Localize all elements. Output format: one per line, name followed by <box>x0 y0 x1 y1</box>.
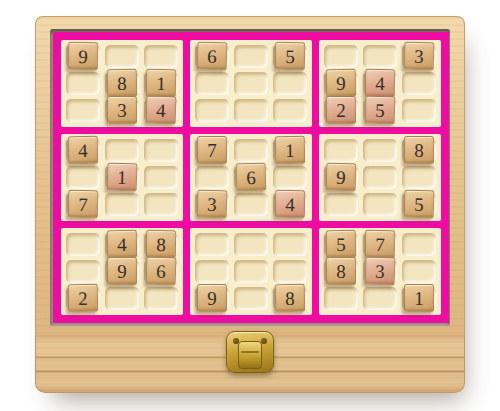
cell-r3c5[interactable] <box>234 99 268 122</box>
cell-r1c9[interactable]: 3 <box>402 45 436 68</box>
cell-r6c6[interactable]: 4 <box>273 193 307 216</box>
cell-r8c2[interactable]: 9 <box>105 260 139 283</box>
tile-8-r9c6[interactable]: 8 <box>275 284 305 312</box>
cell-r1c2[interactable] <box>105 45 139 68</box>
box-3: 39425 <box>319 40 441 127</box>
cell-r3c4[interactable] <box>195 99 229 122</box>
cell-r2c9[interactable] <box>402 72 436 95</box>
cell-r8c6[interactable] <box>273 260 307 283</box>
tile-4-r7c2[interactable]: 4 <box>107 230 137 258</box>
cell-r2c6[interactable] <box>273 72 307 95</box>
box-2: 65 <box>190 40 312 127</box>
lid-frame: 98134653942541771634895489629857831 <box>35 16 465 335</box>
cell-r7c1[interactable] <box>66 233 100 256</box>
box-4: 417 <box>61 134 183 221</box>
cell-r9c7[interactable] <box>324 287 358 310</box>
cell-r6c9[interactable]: 5 <box>402 193 436 216</box>
tile-6-r1c4[interactable]: 6 <box>197 42 228 71</box>
cell-r1c8[interactable] <box>363 45 397 68</box>
cell-r8c1[interactable] <box>66 260 100 283</box>
cell-r7c9[interactable] <box>402 233 436 256</box>
cell-r2c8[interactable]: 4 <box>363 72 397 95</box>
tile-4-r3c3[interactable]: 4 <box>146 96 177 125</box>
cell-r4c6[interactable]: 1 <box>273 139 307 162</box>
cell-r2c5[interactable] <box>234 72 268 95</box>
clasp-catch[interactable] <box>238 341 262 369</box>
cell-r1c5[interactable] <box>234 45 268 68</box>
cell-r4c8[interactable] <box>363 139 397 162</box>
cell-r6c2[interactable] <box>105 193 139 216</box>
tile-3-r3c2[interactable]: 3 <box>107 96 137 124</box>
cell-r9c2[interactable] <box>105 287 139 310</box>
cell-r4c3[interactable] <box>144 139 178 162</box>
tile-2-r9c1[interactable]: 2 <box>68 284 98 312</box>
tile-6-r5c5[interactable]: 6 <box>236 163 267 192</box>
cell-r9c9[interactable]: 1 <box>402 287 436 310</box>
cell-r5c9[interactable] <box>402 166 436 189</box>
tile-5-r1c6[interactable]: 5 <box>275 42 305 70</box>
tile-5-r7c7[interactable]: 5 <box>326 230 356 258</box>
box-1: 98134 <box>61 40 183 127</box>
cell-r1c1[interactable]: 9 <box>66 45 100 68</box>
cell-r7c8[interactable]: 7 <box>363 233 397 256</box>
cell-r6c3[interactable] <box>144 193 178 216</box>
cell-r3c2[interactable]: 3 <box>105 99 139 122</box>
cell-r9c5[interactable] <box>234 287 268 310</box>
cell-r7c2[interactable]: 4 <box>105 233 139 256</box>
tile-9-r9c4[interactable]: 9 <box>197 284 227 312</box>
cell-r3c8[interactable]: 5 <box>363 99 397 122</box>
tile-9-r5c7[interactable]: 9 <box>326 163 357 192</box>
box-5: 71634 <box>190 134 312 221</box>
cell-r2c7[interactable]: 9 <box>324 72 358 95</box>
cell-r5c5[interactable]: 6 <box>234 166 268 189</box>
tile-7-r7c8[interactable]: 7 <box>365 230 395 258</box>
cell-r1c7[interactable] <box>324 45 358 68</box>
cell-r1c6[interactable]: 5 <box>273 45 307 68</box>
tile-1-r9c9[interactable]: 1 <box>404 284 434 312</box>
sudoku-box: 98134653942541771634895489629857831 <box>35 16 465 393</box>
cell-r3c3[interactable]: 4 <box>144 99 178 122</box>
board-well: 98134653942541771634895489629857831 <box>50 29 450 326</box>
cell-r6c7[interactable] <box>324 193 358 216</box>
tile-4-r6c6[interactable]: 4 <box>275 190 305 218</box>
tile-5-r3c8[interactable]: 5 <box>365 96 396 125</box>
cell-r8c3[interactable]: 6 <box>144 260 178 283</box>
box-6: 895 <box>319 134 441 221</box>
tile-4-r4c1[interactable]: 4 <box>68 136 98 164</box>
box-9: 57831 <box>319 228 441 315</box>
tile-8-r4c9[interactable]: 8 <box>404 136 434 164</box>
tile-1-r5c2[interactable]: 1 <box>107 163 138 192</box>
sudoku-board: 98134653942541771634895489629857831 <box>53 32 449 323</box>
cell-r6c4[interactable]: 3 <box>195 193 229 216</box>
cell-r2c3[interactable]: 1 <box>144 72 178 95</box>
cell-r4c9[interactable]: 8 <box>402 139 436 162</box>
cell-r7c7[interactable]: 5 <box>324 233 358 256</box>
cell-r3c1[interactable] <box>66 99 100 122</box>
cell-r5c8[interactable] <box>363 166 397 189</box>
clasp-latch[interactable] <box>226 331 274 373</box>
cell-r8c7[interactable]: 8 <box>324 260 358 283</box>
cell-r6c5[interactable] <box>234 193 268 216</box>
cell-r9c3[interactable] <box>144 287 178 310</box>
cell-r5c3[interactable] <box>144 166 178 189</box>
cell-r7c4[interactable] <box>195 233 229 256</box>
cell-r9c8[interactable] <box>363 287 397 310</box>
tile-4-r2c8[interactable]: 4 <box>365 69 395 97</box>
cell-r8c9[interactable] <box>402 260 436 283</box>
front-panel <box>35 335 465 393</box>
cell-r4c1[interactable]: 4 <box>66 139 100 162</box>
cell-r4c7[interactable] <box>324 139 358 162</box>
cell-r9c1[interactable]: 2 <box>66 287 100 310</box>
tile-8-r2c2[interactable]: 8 <box>107 69 137 97</box>
cell-r9c4[interactable]: 9 <box>195 287 229 310</box>
tile-5-r6c9[interactable]: 5 <box>404 190 435 219</box>
cell-r7c3[interactable]: 8 <box>144 233 178 256</box>
cell-r4c5[interactable] <box>234 139 268 162</box>
cell-r5c7[interactable]: 9 <box>324 166 358 189</box>
cell-r3c7[interactable]: 2 <box>324 99 358 122</box>
cell-r5c1[interactable] <box>66 166 100 189</box>
cell-r6c1[interactable]: 7 <box>66 193 100 216</box>
tile-9-r1c1[interactable]: 9 <box>68 42 98 70</box>
tile-3-r1c9[interactable]: 3 <box>404 42 435 71</box>
cell-r6c8[interactable] <box>363 193 397 216</box>
tile-3-r6c4[interactable]: 3 <box>197 190 228 219</box>
tile-9-r2c7[interactable]: 9 <box>326 69 356 97</box>
tile-7-r4c4[interactable]: 7 <box>197 136 227 164</box>
box-7: 48962 <box>61 228 183 315</box>
cell-r2c1[interactable] <box>66 72 100 95</box>
tile-8-r8c7[interactable]: 8 <box>326 257 356 285</box>
tile-1-r2c3[interactable]: 1 <box>146 69 176 97</box>
cell-r3c9[interactable] <box>402 99 436 122</box>
tile-6-r8c3[interactable]: 6 <box>146 257 177 286</box>
cell-r4c4[interactable]: 7 <box>195 139 229 162</box>
tile-9-r8c2[interactable]: 9 <box>107 257 137 285</box>
cell-r5c2[interactable]: 1 <box>105 166 139 189</box>
tile-7-r6c1[interactable]: 7 <box>68 190 98 218</box>
cell-r1c3[interactable] <box>144 45 178 68</box>
tile-1-r4c6[interactable]: 1 <box>275 136 305 164</box>
tile-2-r3c7[interactable]: 2 <box>326 96 356 124</box>
cell-r5c6[interactable] <box>273 166 307 189</box>
cell-r8c4[interactable] <box>195 260 229 283</box>
cell-r4c2[interactable] <box>105 139 139 162</box>
tile-8-r7c3[interactable]: 8 <box>146 230 176 258</box>
cell-r7c6[interactable] <box>273 233 307 256</box>
cell-r8c5[interactable] <box>234 260 268 283</box>
cell-r9c6[interactable]: 8 <box>273 287 307 310</box>
cell-r1c4[interactable]: 6 <box>195 45 229 68</box>
product-photo-scene: 98134653942541771634895489629857831 <box>0 0 500 411</box>
tile-3-r8c8[interactable]: 3 <box>365 257 396 286</box>
cell-r3c6[interactable] <box>273 99 307 122</box>
box-8: 98 <box>190 228 312 315</box>
cell-r2c2[interactable]: 8 <box>105 72 139 95</box>
cell-r8c8[interactable]: 3 <box>363 260 397 283</box>
cell-r7c5[interactable] <box>234 233 268 256</box>
cell-r5c4[interactable] <box>195 166 229 189</box>
cell-r2c4[interactable] <box>195 72 229 95</box>
